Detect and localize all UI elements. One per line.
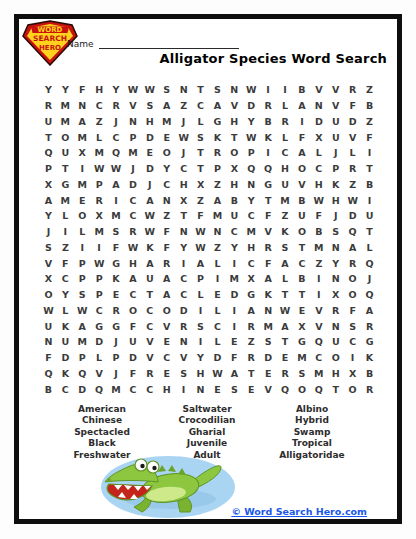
- grid-cell[interactable]: E: [158, 366, 175, 382]
- grid-cell[interactable]: E: [293, 303, 310, 319]
- grid-cell[interactable]: C: [91, 98, 108, 114]
- grid-cell[interactable]: O: [344, 287, 361, 303]
- grid-cell[interactable]: T: [192, 161, 209, 177]
- grid-cell[interactable]: A: [141, 192, 158, 208]
- grid-cell[interactable]: M: [57, 114, 74, 130]
- grid-cell[interactable]: B: [40, 381, 57, 397]
- grid-cell[interactable]: S: [175, 366, 192, 382]
- grid-cell[interactable]: J: [327, 145, 344, 161]
- grid-cell[interactable]: F: [361, 129, 378, 145]
- grid-cell[interactable]: C: [293, 255, 310, 271]
- grid-cell[interactable]: C: [108, 129, 125, 145]
- grid-cell[interactable]: Q: [74, 366, 91, 382]
- grid-cell[interactable]: M: [243, 224, 260, 240]
- grid-cell[interactable]: C: [310, 161, 327, 177]
- grid-cell[interactable]: R: [124, 224, 141, 240]
- grid-cell[interactable]: S: [40, 240, 57, 256]
- grid-cell[interactable]: L: [277, 98, 294, 114]
- grid-cell[interactable]: F: [40, 350, 57, 366]
- grid-cell[interactable]: X: [40, 177, 57, 193]
- grid-cell[interactable]: O: [158, 303, 175, 319]
- grid-cell[interactable]: R: [108, 303, 125, 319]
- grid-cell[interactable]: C: [124, 381, 141, 397]
- grid-cell[interactable]: T: [361, 161, 378, 177]
- grid-cell[interactable]: I: [74, 240, 91, 256]
- grid-cell[interactable]: Y: [40, 208, 57, 224]
- grid-cell[interactable]: W: [91, 255, 108, 271]
- grid-cell[interactable]: Z: [310, 255, 327, 271]
- grid-cell[interactable]: T: [57, 161, 74, 177]
- grid-cell[interactable]: X: [310, 129, 327, 145]
- grid-cell[interactable]: U: [327, 129, 344, 145]
- grid-cell[interactable]: A: [40, 192, 57, 208]
- grid-cell[interactable]: V: [158, 318, 175, 334]
- grid-cell[interactable]: V: [40, 255, 57, 271]
- grid-cell[interactable]: A: [74, 114, 91, 130]
- grid-cell[interactable]: A: [158, 98, 175, 114]
- grid-cell[interactable]: Y: [158, 161, 175, 177]
- grid-cell[interactable]: W: [192, 240, 209, 256]
- grid-cell[interactable]: E: [74, 192, 91, 208]
- grid-cell[interactable]: M: [124, 145, 141, 161]
- grid-cell[interactable]: Q: [361, 255, 378, 271]
- grid-cell[interactable]: D: [226, 287, 243, 303]
- grid-cell[interactable]: D: [141, 129, 158, 145]
- grid-cell[interactable]: V: [141, 350, 158, 366]
- grid-cell[interactable]: N: [327, 240, 344, 256]
- grid-cell[interactable]: C: [209, 318, 226, 334]
- grid-cell[interactable]: D: [57, 350, 74, 366]
- grid-cell[interactable]: S: [74, 287, 91, 303]
- grid-cell[interactable]: N: [175, 334, 192, 350]
- grid-cell[interactable]: X: [226, 161, 243, 177]
- grid-cell[interactable]: C: [243, 255, 260, 271]
- grid-cell[interactable]: W: [141, 224, 158, 240]
- grid-cell[interactable]: E: [108, 287, 125, 303]
- grid-cell[interactable]: C: [91, 303, 108, 319]
- grid-cell[interactable]: V: [226, 98, 243, 114]
- grid-cell[interactable]: C: [158, 177, 175, 193]
- grid-cell[interactable]: W: [192, 224, 209, 240]
- grid-cell[interactable]: L: [91, 129, 108, 145]
- grid-cell[interactable]: I: [277, 82, 294, 98]
- grid-cell[interactable]: Z: [277, 208, 294, 224]
- grid-cell[interactable]: U: [226, 208, 243, 224]
- grid-cell[interactable]: W: [310, 192, 327, 208]
- grid-cell[interactable]: G: [243, 287, 260, 303]
- grid-cell[interactable]: F: [260, 208, 277, 224]
- grid-cell[interactable]: L: [277, 271, 294, 287]
- grid-cell[interactable]: M: [310, 240, 327, 256]
- grid-cell[interactable]: E: [226, 334, 243, 350]
- grid-cell[interactable]: X: [293, 318, 310, 334]
- grid-cell[interactable]: M: [226, 271, 243, 287]
- grid-cell[interactable]: O: [344, 271, 361, 287]
- grid-cell[interactable]: B: [310, 224, 327, 240]
- grid-cell[interactable]: F: [293, 129, 310, 145]
- grid-cell[interactable]: H: [158, 381, 175, 397]
- grid-cell[interactable]: T: [243, 366, 260, 382]
- grid-cell[interactable]: C: [175, 287, 192, 303]
- grid-cell[interactable]: V: [310, 318, 327, 334]
- grid-cell[interactable]: N: [74, 98, 91, 114]
- grid-cell[interactable]: N: [226, 82, 243, 98]
- grid-cell[interactable]: F: [74, 82, 91, 98]
- grid-cell[interactable]: R: [91, 192, 108, 208]
- grid-cell[interactable]: O: [327, 350, 344, 366]
- grid-cell[interactable]: V: [310, 82, 327, 98]
- grid-cell[interactable]: M: [108, 208, 125, 224]
- grid-cell[interactable]: Y: [327, 255, 344, 271]
- grid-cell[interactable]: I: [209, 271, 226, 287]
- grid-cell[interactable]: S: [108, 224, 125, 240]
- grid-cell[interactable]: V: [124, 98, 141, 114]
- grid-cell[interactable]: V: [141, 334, 158, 350]
- grid-cell[interactable]: O: [293, 161, 310, 177]
- grid-cell[interactable]: C: [141, 318, 158, 334]
- grid-cell[interactable]: U: [57, 334, 74, 350]
- grid-cell[interactable]: L: [344, 145, 361, 161]
- grid-cell[interactable]: W: [243, 82, 260, 98]
- grid-cell[interactable]: M: [209, 208, 226, 224]
- grid-cell[interactable]: I: [57, 224, 74, 240]
- grid-cell[interactable]: K: [141, 240, 158, 256]
- grid-cell[interactable]: K: [277, 224, 294, 240]
- grid-cell[interactable]: C: [175, 161, 192, 177]
- grid-cell[interactable]: T: [277, 287, 294, 303]
- grid-cell[interactable]: W: [175, 129, 192, 145]
- grid-cell[interactable]: B: [361, 177, 378, 193]
- grid-cell[interactable]: S: [192, 129, 209, 145]
- grid-cell[interactable]: J: [327, 208, 344, 224]
- grid-cell[interactable]: U: [361, 208, 378, 224]
- grid-cell[interactable]: U: [277, 177, 294, 193]
- grid-cell[interactable]: U: [327, 114, 344, 130]
- grid-cell[interactable]: O: [74, 208, 91, 224]
- grid-cell[interactable]: G: [91, 318, 108, 334]
- grid-cell[interactable]: I: [226, 303, 243, 319]
- grid-cell[interactable]: N: [327, 271, 344, 287]
- grid-cell[interactable]: X: [175, 192, 192, 208]
- grid-cell[interactable]: Z: [344, 177, 361, 193]
- grid-cell[interactable]: F: [260, 255, 277, 271]
- grid-cell[interactable]: W: [124, 82, 141, 98]
- grid-cell[interactable]: W: [124, 240, 141, 256]
- grid-cell[interactable]: E: [158, 129, 175, 145]
- grid-cell[interactable]: N: [327, 318, 344, 334]
- grid-cell[interactable]: C: [310, 350, 327, 366]
- grid-cell[interactable]: W: [344, 192, 361, 208]
- grid-cell[interactable]: D: [344, 114, 361, 130]
- grid-cell[interactable]: U: [141, 271, 158, 287]
- grid-cell[interactable]: Z: [361, 82, 378, 98]
- footer-copyright-link[interactable]: © Word Search Hero.com: [231, 506, 367, 517]
- grid-cell[interactable]: M: [74, 129, 91, 145]
- grid-cell[interactable]: I: [175, 255, 192, 271]
- grid-cell[interactable]: S: [158, 82, 175, 98]
- grid-cell[interactable]: P: [108, 350, 125, 366]
- grid-cell[interactable]: I: [175, 381, 192, 397]
- grid-cell[interactable]: W: [108, 161, 125, 177]
- grid-cell[interactable]: Q: [361, 287, 378, 303]
- grid-cell[interactable]: S: [344, 318, 361, 334]
- grid-cell[interactable]: K: [260, 287, 277, 303]
- grid-cell[interactable]: I: [74, 161, 91, 177]
- grid-cell[interactable]: R: [209, 145, 226, 161]
- name-field[interactable]: [99, 38, 239, 49]
- grid-cell[interactable]: T: [141, 287, 158, 303]
- grid-cell[interactable]: Q: [277, 381, 294, 397]
- grid-cell[interactable]: Y: [57, 82, 74, 98]
- grid-cell[interactable]: C: [243, 208, 260, 224]
- grid-cell[interactable]: Z: [175, 98, 192, 114]
- grid-cell[interactable]: L: [361, 240, 378, 256]
- grid-cell[interactable]: E: [243, 381, 260, 397]
- grid-cell[interactable]: V: [310, 303, 327, 319]
- grid-cell[interactable]: R: [277, 114, 294, 130]
- grid-cell[interactable]: R: [277, 366, 294, 382]
- grid-cell[interactable]: G: [57, 177, 74, 193]
- grid-cell[interactable]: X: [327, 287, 344, 303]
- grid-cell[interactable]: D: [175, 303, 192, 319]
- grid-cell[interactable]: R: [361, 318, 378, 334]
- grid-cell[interactable]: W: [40, 303, 57, 319]
- grid-cell[interactable]: A: [209, 192, 226, 208]
- grid-cell[interactable]: L: [209, 255, 226, 271]
- grid-cell[interactable]: Y: [226, 240, 243, 256]
- grid-cell[interactable]: H: [141, 114, 158, 130]
- grid-cell[interactable]: A: [260, 271, 277, 287]
- grid-cell[interactable]: Z: [192, 192, 209, 208]
- grid-cell[interactable]: N: [158, 192, 175, 208]
- grid-cell[interactable]: G: [209, 114, 226, 130]
- grid-cell[interactable]: M: [74, 177, 91, 193]
- grid-cell[interactable]: R: [344, 255, 361, 271]
- grid-cell[interactable]: R: [344, 161, 361, 177]
- grid-cell[interactable]: N: [243, 177, 260, 193]
- grid-cell[interactable]: F: [310, 208, 327, 224]
- grid-cell[interactable]: F: [192, 208, 209, 224]
- grid-cell[interactable]: Q: [310, 334, 327, 350]
- grid-cell[interactable]: T: [277, 334, 294, 350]
- grid-cell[interactable]: T: [260, 192, 277, 208]
- grid-cell[interactable]: R: [158, 255, 175, 271]
- grid-cell[interactable]: O: [293, 224, 310, 240]
- grid-cell[interactable]: M: [57, 98, 74, 114]
- grid-cell[interactable]: Y: [243, 192, 260, 208]
- grid-cell[interactable]: Y: [57, 287, 74, 303]
- grid-cell[interactable]: R: [40, 98, 57, 114]
- grid-cell[interactable]: Z: [91, 114, 108, 130]
- grid-cell[interactable]: U: [327, 334, 344, 350]
- grid-cell[interactable]: R: [108, 98, 125, 114]
- grid-cell[interactable]: B: [293, 192, 310, 208]
- grid-cell[interactable]: C: [124, 287, 141, 303]
- grid-cell[interactable]: S: [209, 82, 226, 98]
- grid-cell[interactable]: Y: [40, 82, 57, 98]
- grid-cell[interactable]: P: [74, 255, 91, 271]
- grid-cell[interactable]: I: [91, 240, 108, 256]
- grid-cell[interactable]: P: [74, 271, 91, 287]
- grid-cell[interactable]: V: [344, 129, 361, 145]
- grid-cell[interactable]: Z: [209, 177, 226, 193]
- grid-cell[interactable]: A: [141, 255, 158, 271]
- grid-cell[interactable]: B: [226, 192, 243, 208]
- grid-cell[interactable]: Z: [209, 240, 226, 256]
- grid-cell[interactable]: G: [108, 318, 125, 334]
- grid-cell[interactable]: C: [344, 334, 361, 350]
- grid-cell[interactable]: R: [260, 98, 277, 114]
- grid-cell[interactable]: P: [192, 271, 209, 287]
- grid-cell[interactable]: X: [91, 208, 108, 224]
- grid-cell[interactable]: Y: [243, 114, 260, 130]
- grid-cell[interactable]: N: [175, 82, 192, 98]
- grid-cell[interactable]: Z: [158, 208, 175, 224]
- grid-cell[interactable]: U: [293, 208, 310, 224]
- grid-cell[interactable]: L: [192, 114, 209, 130]
- grid-cell[interactable]: D: [124, 350, 141, 366]
- grid-cell[interactable]: C: [175, 271, 192, 287]
- grid-cell[interactable]: Y: [175, 240, 192, 256]
- grid-cell[interactable]: U: [57, 145, 74, 161]
- grid-cell[interactable]: I: [226, 318, 243, 334]
- grid-cell[interactable]: I: [361, 192, 378, 208]
- grid-cell[interactable]: X: [344, 366, 361, 382]
- grid-cell[interactable]: J: [175, 114, 192, 130]
- grid-cell[interactable]: M: [108, 381, 125, 397]
- grid-cell[interactable]: U: [40, 318, 57, 334]
- grid-cell[interactable]: Q: [310, 381, 327, 397]
- grid-cell[interactable]: F: [108, 240, 125, 256]
- grid-cell[interactable]: B: [361, 98, 378, 114]
- grid-cell[interactable]: J: [108, 366, 125, 382]
- grid-cell[interactable]: J: [108, 334, 125, 350]
- grid-cell[interactable]: N: [209, 224, 226, 240]
- grid-cell[interactable]: W: [277, 303, 294, 319]
- grid-cell[interactable]: H: [277, 161, 294, 177]
- grid-cell[interactable]: D: [91, 334, 108, 350]
- grid-cell[interactable]: I: [260, 145, 277, 161]
- grid-cell[interactable]: W: [91, 161, 108, 177]
- grid-cell[interactable]: E: [260, 366, 277, 382]
- grid-cell[interactable]: O: [40, 287, 57, 303]
- grid-cell[interactable]: E: [209, 287, 226, 303]
- grid-cell[interactable]: Z: [361, 114, 378, 130]
- grid-cell[interactable]: L: [91, 350, 108, 366]
- grid-cell[interactable]: P: [74, 350, 91, 366]
- grid-cell[interactable]: A: [293, 145, 310, 161]
- grid-cell[interactable]: A: [344, 240, 361, 256]
- grid-cell[interactable]: K: [361, 350, 378, 366]
- grid-cell[interactable]: P: [91, 287, 108, 303]
- grid-cell[interactable]: R: [243, 350, 260, 366]
- grid-cell[interactable]: S: [260, 334, 277, 350]
- grid-cell[interactable]: F: [344, 303, 361, 319]
- grid-cell[interactable]: K: [57, 366, 74, 382]
- grid-cell[interactable]: B: [293, 82, 310, 98]
- grid-cell[interactable]: M: [91, 224, 108, 240]
- grid-cell[interactable]: P: [91, 177, 108, 193]
- grid-cell[interactable]: A: [124, 271, 141, 287]
- grid-cell[interactable]: A: [158, 271, 175, 287]
- grid-cell[interactable]: I: [260, 82, 277, 98]
- grid-cell[interactable]: R: [175, 318, 192, 334]
- grid-cell[interactable]: F: [158, 224, 175, 240]
- grid-cell[interactable]: H: [124, 255, 141, 271]
- grid-cell[interactable]: K: [260, 129, 277, 145]
- grid-cell[interactable]: A: [277, 318, 294, 334]
- grid-cell[interactable]: H: [91, 82, 108, 98]
- grid-cell[interactable]: F: [226, 350, 243, 366]
- grid-cell[interactable]: D: [310, 114, 327, 130]
- grid-cell[interactable]: T: [293, 287, 310, 303]
- grid-cell[interactable]: X: [243, 271, 260, 287]
- grid-cell[interactable]: B: [361, 366, 378, 382]
- grid-cell[interactable]: J: [124, 161, 141, 177]
- grid-cell[interactable]: I: [192, 334, 209, 350]
- grid-cell[interactable]: T: [175, 208, 192, 224]
- grid-cell[interactable]: H: [192, 366, 209, 382]
- grid-cell[interactable]: P: [209, 161, 226, 177]
- grid-cell[interactable]: N: [124, 114, 141, 130]
- grid-cell[interactable]: R: [361, 381, 378, 397]
- grid-cell[interactable]: Q: [108, 145, 125, 161]
- grid-cell[interactable]: K: [57, 318, 74, 334]
- grid-cell[interactable]: H: [243, 240, 260, 256]
- grid-cell[interactable]: P: [91, 271, 108, 287]
- grid-cell[interactable]: L: [310, 145, 327, 161]
- grid-cell[interactable]: P: [327, 161, 344, 177]
- grid-cell[interactable]: M: [158, 114, 175, 130]
- grid-cell[interactable]: F: [124, 318, 141, 334]
- grid-cell[interactable]: X: [40, 271, 57, 287]
- grid-cell[interactable]: H: [310, 177, 327, 193]
- grid-cell[interactable]: C: [192, 98, 209, 114]
- grid-cell[interactable]: C: [57, 381, 74, 397]
- grid-cell[interactable]: Q: [243, 161, 260, 177]
- grid-cell[interactable]: V: [260, 381, 277, 397]
- grid-cell[interactable]: J: [40, 224, 57, 240]
- grid-cell[interactable]: A: [209, 98, 226, 114]
- grid-cell[interactable]: V: [327, 98, 344, 114]
- grid-cell[interactable]: R: [243, 318, 260, 334]
- grid-cell[interactable]: E: [277, 350, 294, 366]
- grid-cell[interactable]: O: [344, 381, 361, 397]
- grid-cell[interactable]: S: [327, 224, 344, 240]
- grid-cell[interactable]: G: [361, 334, 378, 350]
- grid-cell[interactable]: L: [209, 334, 226, 350]
- grid-cell[interactable]: W: [141, 82, 158, 98]
- grid-cell[interactable]: D: [344, 208, 361, 224]
- grid-cell[interactable]: P: [243, 145, 260, 161]
- grid-cell[interactable]: V: [91, 366, 108, 382]
- grid-cell[interactable]: M: [74, 334, 91, 350]
- grid-cell[interactable]: E: [209, 381, 226, 397]
- grid-cell[interactable]: T: [226, 129, 243, 145]
- grid-cell[interactable]: R: [327, 303, 344, 319]
- grid-cell[interactable]: Q: [260, 161, 277, 177]
- grid-cell[interactable]: I: [108, 192, 125, 208]
- grid-cell[interactable]: Y: [108, 82, 125, 98]
- grid-cell[interactable]: F: [124, 366, 141, 382]
- grid-cell[interactable]: U: [124, 334, 141, 350]
- grid-cell[interactable]: L: [57, 208, 74, 224]
- grid-cell[interactable]: D: [124, 177, 141, 193]
- grid-cell[interactable]: Q: [40, 145, 57, 161]
- grid-cell[interactable]: W: [74, 303, 91, 319]
- grid-cell[interactable]: L: [57, 303, 74, 319]
- grid-cell[interactable]: S: [226, 381, 243, 397]
